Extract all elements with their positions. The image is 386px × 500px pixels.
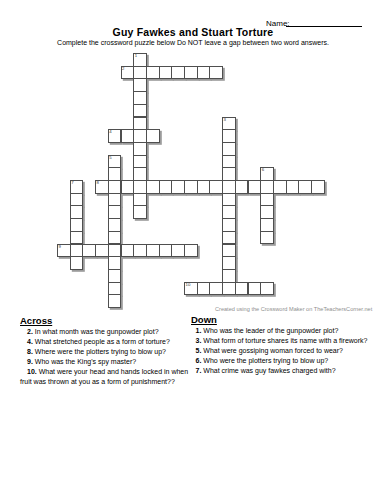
crossword-cell[interactable] (95, 244, 109, 258)
crossword-cell[interactable] (260, 205, 274, 219)
crossword-cell[interactable] (133, 205, 147, 219)
crossword-cell[interactable] (133, 117, 147, 131)
crossword-cell[interactable] (108, 282, 122, 296)
clue-text: What were gossiping woman forced to wear… (203, 347, 343, 354)
crossword-cell[interactable] (171, 66, 185, 80)
clue-text: Where were the plotters trying to blow u… (35, 348, 166, 355)
crossword-cell[interactable] (159, 244, 173, 258)
clue-number: 7. (196, 367, 202, 374)
crossword-cell[interactable] (121, 244, 135, 258)
crossword-cell[interactable] (159, 180, 173, 194)
crossword-cell[interactable] (222, 193, 236, 207)
crossword-cell[interactable] (260, 180, 274, 194)
crossword-cell[interactable] (260, 231, 274, 245)
credit-text: Created using the Crossword Maker on The… (215, 306, 372, 312)
crossword-cell[interactable] (121, 180, 135, 194)
crossword-cell[interactable] (108, 167, 122, 181)
crossword-cell[interactable] (146, 180, 160, 194)
crossword-cell[interactable] (248, 180, 262, 194)
clue-number: 8. (27, 348, 33, 355)
crossword-cell[interactable] (133, 180, 147, 194)
crossword-cell[interactable] (108, 218, 122, 232)
crossword-cell[interactable] (133, 193, 147, 207)
crossword-cell[interactable] (248, 282, 262, 296)
clue-text: What form of torture shares its name wit… (203, 337, 367, 344)
cell-number: 5 (109, 156, 111, 160)
clue-item: 9. Who was the King's spy master? (20, 357, 193, 367)
crossword-cell[interactable] (108, 193, 122, 207)
crossword-cell[interactable] (197, 66, 211, 80)
clue-number: 4. (27, 338, 33, 345)
crossword-cell[interactable] (70, 231, 84, 245)
cell-number: 3 (224, 118, 226, 122)
cell-number: 10 (186, 283, 191, 287)
crossword-cell[interactable] (311, 180, 325, 194)
crossword-cell[interactable] (70, 244, 84, 258)
clue-text: Who was the leader of the gunpowder plot… (203, 327, 338, 334)
crossword-cell[interactable] (171, 180, 185, 194)
cell-number: 6 (262, 168, 264, 172)
clue-item: 5. What were gossiping woman forced to w… (191, 346, 373, 356)
crossword-cell[interactable] (222, 269, 236, 283)
clue-item: 8. Where were the plotters trying to blo… (20, 347, 193, 357)
crossword-cell[interactable] (108, 269, 122, 283)
clue-number: 1. (196, 327, 202, 334)
crossword-cell[interactable] (171, 244, 185, 258)
crossword-cell[interactable] (133, 155, 147, 169)
worksheet-page: Name: Guy Fawkes and Stuart Torture Comp… (0, 0, 386, 500)
crossword-cell[interactable] (235, 180, 249, 194)
crossword-cell[interactable] (133, 167, 147, 181)
cell-number: 8 (97, 181, 99, 185)
clue-text: What stretched people as a form of tortu… (35, 338, 170, 345)
clue-text: Who was the King's spy master? (35, 358, 136, 365)
crossword-cell[interactable] (146, 244, 160, 258)
crossword-cell[interactable] (108, 231, 122, 245)
clue-item: 4. What stretched people as a form of to… (20, 337, 193, 347)
page-title: Guy Fawkes and Stuart Torture (0, 26, 386, 38)
clue-number: 5. (196, 347, 202, 354)
crossword-cell[interactable] (260, 218, 274, 232)
across-heading: Across (20, 316, 193, 325)
crossword-cell[interactable] (197, 282, 211, 296)
crossword-cell[interactable] (222, 218, 236, 232)
crossword-cell[interactable] (222, 129, 236, 143)
crossword-cell[interactable] (209, 66, 223, 80)
cell-number: 2 (122, 67, 124, 71)
crossword-cell[interactable] (133, 66, 147, 80)
crossword-cell[interactable] (133, 104, 147, 118)
crossword-cell[interactable] (108, 244, 122, 258)
crossword-cell[interactable] (222, 205, 236, 219)
crossword-cell[interactable] (184, 180, 198, 194)
crossword-cell[interactable] (70, 193, 84, 207)
crossword-cell[interactable] (209, 282, 223, 296)
crossword-cell[interactable] (235, 282, 249, 296)
crossword-cell[interactable] (133, 142, 147, 156)
crossword-cell[interactable] (108, 294, 122, 308)
crossword-cell[interactable] (222, 282, 236, 296)
crossword-cell[interactable] (222, 142, 236, 156)
crossword-cell[interactable] (298, 180, 312, 194)
crossword-cell[interactable] (108, 256, 122, 270)
crossword-cell[interactable] (197, 180, 211, 194)
clue-text: What crime was guy fawkes charged with? (203, 367, 335, 374)
crossword-cell[interactable] (121, 129, 135, 143)
crossword-cell[interactable] (70, 218, 84, 232)
crossword-cell[interactable] (260, 282, 274, 296)
crossword-cell[interactable] (108, 205, 122, 219)
clue-text: Who were the plotters trying to blow up? (203, 357, 328, 364)
clue-text: What were your head and hands locked in … (20, 368, 188, 385)
cell-number: 1 (135, 54, 137, 58)
clue-item: 10. What were your head and hands locked… (20, 367, 193, 387)
clue-item: 2. In what month was the gunpowder plot? (20, 327, 193, 337)
clue-number: 6. (196, 357, 202, 364)
crossword-cell[interactable] (70, 256, 84, 270)
crossword-grid: 12345678910 (57, 53, 325, 309)
clue-number: 9. (27, 358, 33, 365)
crossword-cell[interactable] (286, 180, 300, 194)
crossword-cell[interactable] (82, 244, 96, 258)
clue-text: In what month was the gunpowder plot? (35, 328, 159, 335)
crossword-cell[interactable] (70, 205, 84, 219)
down-heading: Down (191, 315, 373, 324)
crossword-cell[interactable] (222, 231, 236, 245)
clue-number: 3. (196, 337, 202, 344)
cell-number: 7 (71, 181, 73, 185)
crossword-cell[interactable] (133, 244, 147, 258)
clue-item: 6. Who were the plotters trying to blow … (191, 356, 373, 366)
down-section: Down 1. Who was the leader of the gunpow… (191, 315, 373, 376)
clue-number: 2. (27, 328, 33, 335)
crossword-cell[interactable] (146, 66, 160, 80)
across-section: Across 2. In what month was the gunpowde… (20, 316, 193, 387)
crossword-cell[interactable] (222, 244, 236, 258)
clue-item: 7. What crime was guy fawkes charged wit… (191, 366, 373, 376)
crossword-cell[interactable] (184, 66, 198, 80)
crossword-cell[interactable] (273, 180, 287, 194)
clue-item: 3. What form of torture shares its name … (191, 336, 373, 346)
cell-number: 4 (109, 130, 111, 134)
crossword-cell[interactable] (184, 244, 198, 258)
crossword-cell[interactable] (222, 180, 236, 194)
crossword-cell[interactable] (222, 256, 236, 270)
crossword-cell[interactable] (159, 66, 173, 80)
crossword-cell[interactable] (146, 129, 160, 143)
crossword-cell[interactable] (260, 193, 274, 207)
crossword-cell[interactable] (108, 180, 122, 194)
crossword-cell[interactable] (133, 78, 147, 92)
crossword-cell[interactable] (222, 167, 236, 181)
clue-number: 10. (27, 368, 37, 375)
crossword-cell[interactable] (133, 129, 147, 143)
crossword-cell[interactable] (133, 91, 147, 105)
page-subtitle: Complete the crossword puzzle below Do N… (0, 39, 386, 46)
cell-number: 9 (59, 245, 61, 249)
crossword-cell[interactable] (222, 155, 236, 169)
crossword-cell[interactable] (209, 180, 223, 194)
clue-item: 1. Who was the leader of the gunpowder p… (191, 326, 373, 336)
